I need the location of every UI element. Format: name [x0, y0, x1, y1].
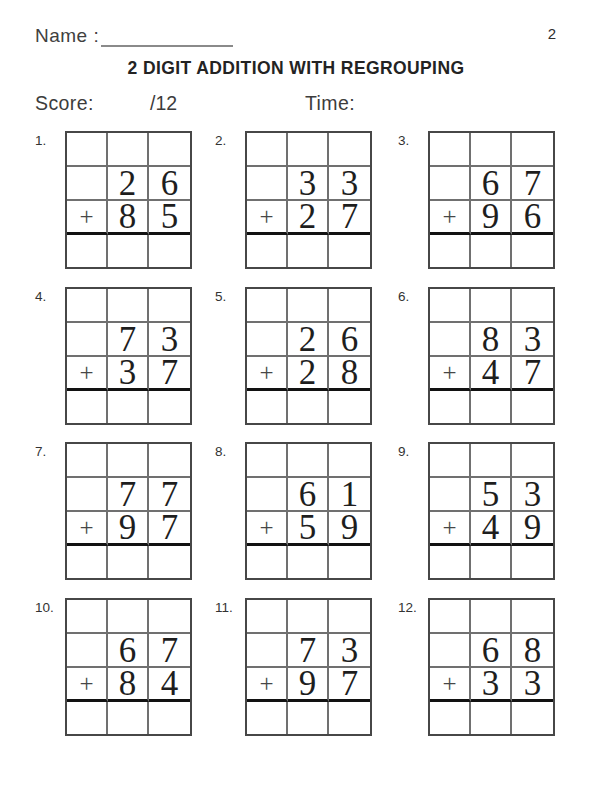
digit-cell: 5 [149, 201, 190, 235]
digit-cell: 3 [471, 668, 512, 702]
answer-cell[interactable] [288, 702, 329, 734]
answer-cell[interactable] [149, 391, 190, 423]
carry-cell[interactable] [329, 600, 370, 634]
worksheet-title: 2 DIGIT ADDITION WITH REGROUPING [0, 58, 592, 79]
digit-cell: 9 [471, 201, 512, 235]
digit-cell: 2 [288, 323, 329, 357]
answer-cell[interactable] [512, 235, 553, 267]
digit-cell: 7 [149, 512, 190, 546]
plus-sign: + [430, 201, 471, 235]
carry-cell[interactable] [430, 600, 471, 634]
plus-sign: + [247, 512, 288, 546]
digit-cell: 9 [108, 512, 149, 546]
answer-cell[interactable] [512, 702, 553, 734]
carry-cell[interactable] [471, 600, 512, 634]
addition-grid: 77 +97 [65, 442, 192, 580]
blank-cell [67, 167, 108, 201]
plus-sign: + [247, 357, 288, 391]
carry-cell[interactable] [247, 600, 288, 634]
problem-1: 1. 26 +85 [35, 131, 192, 269]
digit-cell: 3 [512, 478, 553, 512]
carry-cell[interactable] [512, 289, 553, 323]
answer-cell[interactable] [512, 391, 553, 423]
digit-cell: 4 [471, 512, 512, 546]
carry-cell[interactable] [430, 289, 471, 323]
digit-cell: 5 [288, 512, 329, 546]
answer-cell[interactable] [288, 391, 329, 423]
digit-cell: 3 [512, 323, 553, 357]
blank-cell [247, 634, 288, 668]
carry-cell[interactable] [288, 444, 329, 478]
problem-number: 7. [35, 444, 46, 459]
score-label: Score: [35, 92, 94, 115]
digit-cell: 9 [512, 512, 553, 546]
time-label: Time: [305, 92, 355, 115]
digit-cell: 2 [108, 167, 149, 201]
carry-cell[interactable] [247, 289, 288, 323]
carry-cell[interactable] [67, 133, 108, 167]
carry-cell[interactable] [471, 133, 512, 167]
digit-cell: 4 [471, 357, 512, 391]
answer-cell[interactable] [430, 235, 471, 267]
digit-cell: 6 [471, 634, 512, 668]
answer-cell[interactable] [108, 546, 149, 578]
carry-cell[interactable] [108, 600, 149, 634]
name-blank-line[interactable] [101, 45, 233, 47]
plus-sign: + [430, 357, 471, 391]
plus-sign: + [247, 201, 288, 235]
carry-cell[interactable] [149, 600, 190, 634]
blank-cell [67, 634, 108, 668]
answer-cell[interactable] [329, 702, 370, 734]
digit-cell: 4 [149, 668, 190, 702]
blank-cell [67, 323, 108, 357]
digit-cell: 3 [108, 357, 149, 391]
answer-cell[interactable] [329, 391, 370, 423]
digit-cell: 9 [329, 512, 370, 546]
addition-grid: 67 +84 [65, 598, 192, 736]
answer-cell[interactable] [329, 235, 370, 267]
digit-cell: 7 [288, 634, 329, 668]
answer-cell[interactable] [108, 702, 149, 734]
digit-cell: 7 [329, 668, 370, 702]
digit-cell: 3 [149, 323, 190, 357]
digit-cell: 9 [288, 668, 329, 702]
answer-cell[interactable] [247, 235, 288, 267]
digit-cell: 8 [471, 323, 512, 357]
name-label: Name : [35, 25, 99, 47]
answer-cell[interactable] [329, 546, 370, 578]
problem-number: 2. [215, 133, 226, 148]
problem-5: 5. 26 +28 [215, 287, 372, 425]
problem-6: 6. 83 +47 [398, 287, 555, 425]
digit-cell: 5 [471, 478, 512, 512]
digit-cell: 2 [288, 357, 329, 391]
carry-cell[interactable] [471, 444, 512, 478]
carry-cell[interactable] [512, 600, 553, 634]
answer-cell[interactable] [149, 546, 190, 578]
answer-cell[interactable] [430, 391, 471, 423]
addition-grid: 26 +85 [65, 131, 192, 269]
digit-cell: 2 [288, 201, 329, 235]
digit-cell: 7 [108, 478, 149, 512]
problem-number: 1. [35, 133, 46, 148]
blank-cell [430, 478, 471, 512]
problem-9: 9. 53 +49 [398, 442, 555, 580]
carry-cell[interactable] [329, 444, 370, 478]
addition-grid: 53 +49 [428, 442, 555, 580]
blank-cell [430, 634, 471, 668]
answer-cell[interactable] [288, 235, 329, 267]
digit-cell: 8 [329, 357, 370, 391]
answer-cell[interactable] [67, 546, 108, 578]
plus-sign: + [67, 357, 108, 391]
digit-cell: 7 [108, 323, 149, 357]
addition-grid: 67 +96 [428, 131, 555, 269]
problem-11: 11. 73 +97 [215, 598, 372, 736]
problem-3: 3. 67 +96 [398, 131, 555, 269]
answer-cell[interactable] [108, 235, 149, 267]
plus-sign: + [67, 512, 108, 546]
problem-number: 8. [215, 444, 226, 459]
problem-number: 5. [215, 289, 226, 304]
plus-sign: + [247, 668, 288, 702]
answer-cell[interactable] [512, 546, 553, 578]
plus-sign: + [430, 512, 471, 546]
carry-cell[interactable] [288, 133, 329, 167]
carry-cell[interactable] [67, 600, 108, 634]
addition-grid: 61 +59 [245, 442, 372, 580]
answer-cell[interactable] [430, 702, 471, 734]
blank-cell [430, 167, 471, 201]
answer-cell[interactable] [471, 235, 512, 267]
problem-7: 7. 77 +97 [35, 442, 192, 580]
addition-grid: 83 +47 [428, 287, 555, 425]
answer-cell[interactable] [149, 702, 190, 734]
digit-cell: 6 [512, 201, 553, 235]
digit-cell: 6 [471, 167, 512, 201]
carry-cell[interactable] [149, 289, 190, 323]
digit-cell: 8 [512, 634, 553, 668]
carry-cell[interactable] [67, 444, 108, 478]
digit-cell: 7 [149, 357, 190, 391]
carry-cell[interactable] [430, 133, 471, 167]
problem-number: 10. [35, 600, 54, 615]
carry-cell[interactable] [149, 444, 190, 478]
digit-cell: 3 [329, 634, 370, 668]
blank-cell [247, 478, 288, 512]
carry-cell[interactable] [67, 289, 108, 323]
plus-sign: + [430, 668, 471, 702]
digit-cell: 7 [512, 167, 553, 201]
problem-4: 4. 73 +37 [35, 287, 192, 425]
digit-cell: 6 [108, 634, 149, 668]
addition-grid: 73 +37 [65, 287, 192, 425]
carry-cell[interactable] [512, 444, 553, 478]
carry-cell[interactable] [329, 289, 370, 323]
answer-cell[interactable] [471, 702, 512, 734]
digit-cell: 7 [329, 201, 370, 235]
carry-cell[interactable] [471, 289, 512, 323]
problem-number: 4. [35, 289, 46, 304]
answer-cell[interactable] [471, 391, 512, 423]
digit-cell: 8 [108, 201, 149, 235]
digit-cell: 6 [149, 167, 190, 201]
addition-grid: 73 +97 [245, 598, 372, 736]
answer-cell[interactable] [149, 235, 190, 267]
digit-cell: 7 [512, 357, 553, 391]
carry-cell[interactable] [512, 133, 553, 167]
answer-cell[interactable] [247, 546, 288, 578]
blank-cell [247, 323, 288, 357]
answer-cell[interactable] [247, 391, 288, 423]
addition-grid: 33 +27 [245, 131, 372, 269]
plus-sign: + [67, 668, 108, 702]
answer-cell[interactable] [471, 546, 512, 578]
carry-cell[interactable] [288, 600, 329, 634]
digit-cell: 8 [108, 668, 149, 702]
problem-number: 12. [398, 600, 417, 615]
carry-cell[interactable] [108, 444, 149, 478]
problem-2: 2. 33 +27 [215, 131, 372, 269]
answer-cell[interactable] [288, 546, 329, 578]
carry-cell[interactable] [329, 133, 370, 167]
answer-cell[interactable] [247, 702, 288, 734]
answer-cell[interactable] [108, 391, 149, 423]
problem-10: 10. 67 +84 [35, 598, 192, 736]
digit-cell: 1 [329, 478, 370, 512]
problem-number: 3. [398, 133, 409, 148]
carry-cell[interactable] [108, 289, 149, 323]
addition-grid: 26 +28 [245, 287, 372, 425]
carry-cell[interactable] [288, 289, 329, 323]
digit-cell: 3 [512, 668, 553, 702]
plus-sign: + [67, 201, 108, 235]
digit-cell: 6 [288, 478, 329, 512]
digit-cell: 3 [288, 167, 329, 201]
blank-cell [67, 478, 108, 512]
digit-cell: 3 [329, 167, 370, 201]
digit-cell: 6 [329, 323, 370, 357]
digit-cell: 7 [149, 634, 190, 668]
digit-cell: 7 [149, 478, 190, 512]
carry-cell[interactable] [430, 444, 471, 478]
answer-cell[interactable] [67, 235, 108, 267]
page-number: 2 [540, 25, 564, 42]
score-total: /12 [150, 92, 177, 115]
answer-cell[interactable] [67, 391, 108, 423]
carry-cell[interactable] [247, 444, 288, 478]
answer-cell[interactable] [430, 546, 471, 578]
answer-cell[interactable] [67, 702, 108, 734]
blank-cell [430, 323, 471, 357]
problem-number: 11. [215, 600, 233, 615]
problem-number: 9. [398, 444, 409, 459]
problem-12: 12. 68 +33 [398, 598, 555, 736]
addition-grid: 68 +33 [428, 598, 555, 736]
problem-8: 8. 61 +59 [215, 442, 372, 580]
blank-cell [247, 167, 288, 201]
problem-number: 6. [398, 289, 409, 304]
carry-cell[interactable] [108, 133, 149, 167]
carry-cell[interactable] [247, 133, 288, 167]
carry-cell[interactable] [149, 133, 190, 167]
